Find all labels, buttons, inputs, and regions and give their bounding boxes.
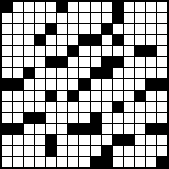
cell-r13c10-white[interactable]: [102, 135, 112, 145]
cell-r13c11-black: [113, 135, 123, 145]
cell-r14c7-white[interactable]: [68, 146, 78, 156]
cell-r7c9-black: [91, 68, 101, 78]
cell-r6c14-white[interactable]: [146, 57, 156, 67]
cell-r15c8-white[interactable]: [79, 157, 89, 167]
cell-r1c12-white[interactable]: [124, 2, 134, 12]
cell-r13c4-white[interactable]: [35, 135, 45, 145]
cell-r6c4-white[interactable]: [35, 57, 45, 67]
cell-r4c12-white[interactable]: [124, 35, 134, 45]
cell-r2c10-white[interactable]: [102, 13, 112, 23]
cell-r7c7-white[interactable]: [68, 68, 78, 78]
cell-r12c7-black: [68, 124, 78, 134]
cell-r14c1-white[interactable]: [2, 146, 12, 156]
cell-r4c4-black: [35, 35, 45, 45]
cell-r2c7-white[interactable]: [68, 13, 78, 23]
cell-r10c14-white[interactable]: [146, 102, 156, 112]
cell-r1c13-white[interactable]: [135, 2, 145, 12]
cell-r13c5-black: [46, 135, 56, 145]
cell-r2c2-white[interactable]: [13, 13, 23, 23]
cell-r10c11-black: [113, 102, 123, 112]
cell-r5c1-white[interactable]: [2, 46, 12, 56]
cell-r12c5-white[interactable]: [46, 124, 56, 134]
cell-r10c6-white[interactable]: [57, 102, 67, 112]
cell-r13c6-white[interactable]: [57, 135, 67, 145]
cell-r15c13-white[interactable]: [135, 157, 145, 167]
cell-r14c6-white[interactable]: [57, 146, 67, 156]
cell-r15c5-white[interactable]: [46, 157, 56, 167]
cell-r12c2-black: [13, 124, 23, 134]
cell-r5c13-black: [135, 46, 145, 56]
cell-r9c5-black: [46, 91, 56, 101]
cell-r5c4-white[interactable]: [35, 46, 45, 56]
cell-r6c13-white[interactable]: [135, 57, 145, 67]
cell-r14c10-black: [102, 146, 112, 156]
cell-r15c4-white[interactable]: [35, 157, 45, 167]
cell-r14c3-white[interactable]: [24, 146, 34, 156]
cell-r4c5-white[interactable]: [46, 35, 56, 45]
cell-r10c12-white[interactable]: [124, 102, 134, 112]
cell-r4c1-white[interactable]: [2, 35, 12, 45]
cell-r8c5-white[interactable]: [46, 79, 56, 89]
cell-r10c15-white[interactable]: [157, 102, 167, 112]
cell-r7c14-white[interactable]: [146, 68, 156, 78]
cell-r14c12-white[interactable]: [124, 146, 134, 156]
cell-r15c10-black: [102, 157, 112, 167]
cell-r12c4-white[interactable]: [35, 124, 45, 134]
cell-r4c11-black: [113, 35, 123, 45]
cell-r1c15-white[interactable]: [157, 2, 167, 12]
cell-r15c6-white[interactable]: [57, 157, 67, 167]
cell-r6c2-white[interactable]: [13, 57, 23, 67]
cell-r2c13-white[interactable]: [135, 13, 145, 23]
cell-r14c8-white[interactable]: [79, 146, 89, 156]
cell-r15c14-white[interactable]: [146, 157, 156, 167]
cell-r10c4-white[interactable]: [35, 102, 45, 112]
cell-r1c11-black: [113, 2, 123, 12]
cell-r15c7-white[interactable]: [68, 157, 78, 167]
cell-r3c13-white[interactable]: [135, 24, 145, 34]
cell-r6c15-white[interactable]: [157, 57, 167, 67]
cell-r8c15-black: [157, 79, 167, 89]
cell-r10c13-white[interactable]: [135, 102, 145, 112]
cell-r8c3-white[interactable]: [24, 79, 34, 89]
cell-r4c6-white[interactable]: [57, 35, 67, 45]
cell-r12c15-black: [157, 124, 167, 134]
cell-r12c14-black: [146, 124, 156, 134]
cell-r4c10-white[interactable]: [102, 35, 112, 45]
cell-r13c8-white[interactable]: [79, 135, 89, 145]
cell-r7c3-black: [24, 68, 34, 78]
cell-r10c8-white[interactable]: [79, 102, 89, 112]
cell-r11c6-white[interactable]: [57, 113, 67, 123]
cell-r15c9-black: [91, 157, 101, 167]
cell-r7c1-white[interactable]: [2, 68, 12, 78]
cell-r5c9-white[interactable]: [91, 46, 101, 56]
cell-r5c15-white[interactable]: [157, 46, 167, 56]
cell-r1c2-white[interactable]: [13, 2, 23, 12]
cell-r7c12-white[interactable]: [124, 68, 134, 78]
cell-r1c6-black: [57, 2, 67, 12]
cell-r9c6-white[interactable]: [57, 91, 67, 101]
cell-r5c14-black: [146, 46, 156, 56]
cell-r14c4-white[interactable]: [35, 146, 45, 156]
cell-r9c4-white[interactable]: [35, 91, 45, 101]
cell-r8c13-white[interactable]: [135, 79, 145, 89]
cell-r9c13-black: [135, 91, 145, 101]
crossword-diagram: [0, 0, 169, 169]
cell-r13c12-black: [124, 135, 134, 145]
cell-r8c8-black: [79, 79, 89, 89]
cell-r9c8-white[interactable]: [79, 91, 89, 101]
cell-r5c10-white[interactable]: [102, 46, 112, 56]
cell-r2c9-white[interactable]: [91, 13, 101, 23]
cell-r8c1-black: [2, 79, 12, 89]
cell-r10c9-white[interactable]: [91, 102, 101, 112]
cell-r4c2-white[interactable]: [13, 35, 23, 45]
cell-r1c9-white[interactable]: [91, 2, 101, 12]
cell-r4c8-black: [79, 35, 89, 45]
cell-r12c8-black: [79, 124, 89, 134]
cell-r11c2-white[interactable]: [13, 113, 23, 123]
cell-r2c12-white[interactable]: [124, 13, 134, 23]
cell-r1c10-white[interactable]: [102, 2, 112, 12]
cell-r2c3-white[interactable]: [24, 13, 34, 23]
cell-r9c1-white[interactable]: [2, 91, 12, 101]
cell-r13c15-white[interactable]: [157, 135, 167, 145]
cell-r11c4-black: [35, 113, 45, 123]
cell-r11c10-white[interactable]: [102, 113, 112, 123]
cell-r4c15-white[interactable]: [157, 35, 167, 45]
cell-r11c1-white[interactable]: [2, 113, 12, 123]
cell-r1c14-white[interactable]: [146, 2, 156, 12]
cell-r5c12-white[interactable]: [124, 46, 134, 56]
cell-r15c11-white[interactable]: [113, 157, 123, 167]
cell-r3c1-white[interactable]: [2, 24, 12, 34]
cell-r8c10-white[interactable]: [102, 79, 112, 89]
cell-r13c14-white[interactable]: [146, 135, 156, 145]
cell-r3c12-white[interactable]: [124, 24, 134, 34]
cell-r5c8-white[interactable]: [79, 46, 89, 56]
cell-r4c9-black: [91, 35, 101, 45]
cell-r8c7-white[interactable]: [68, 79, 78, 89]
cell-r12c12-white[interactable]: [124, 124, 134, 134]
cell-r6c12-white[interactable]: [124, 57, 134, 67]
cell-r3c3-white[interactable]: [24, 24, 34, 34]
cell-r4c14-white[interactable]: [146, 35, 156, 45]
cell-r11c14-white[interactable]: [146, 113, 156, 123]
cell-r6c1-white[interactable]: [2, 57, 12, 67]
cell-r6c5-black: [46, 57, 56, 67]
cell-r1c8-white[interactable]: [79, 2, 89, 12]
cell-r5c3-white[interactable]: [24, 46, 34, 56]
cell-r3c2-white[interactable]: [13, 24, 23, 34]
cell-r12c11-white[interactable]: [113, 124, 123, 134]
cell-r13c7-white[interactable]: [68, 135, 78, 145]
cell-r1c1-black: [2, 2, 12, 12]
cell-r8c12-white[interactable]: [124, 79, 134, 89]
cell-r1c5-white[interactable]: [46, 2, 56, 12]
cell-r9c3-white[interactable]: [24, 91, 34, 101]
cell-r11c5-white[interactable]: [46, 113, 56, 123]
cell-r10c7-white[interactable]: [68, 102, 78, 112]
cell-r9c7-black: [68, 91, 78, 101]
cell-r9c11-white[interactable]: [113, 91, 123, 101]
cell-r5c11-white[interactable]: [113, 46, 123, 56]
cell-r13c3-white[interactable]: [24, 135, 34, 145]
cell-r13c1-white[interactable]: [2, 135, 12, 145]
crossword-grid: [0, 0, 169, 169]
cell-r15c15-black: [157, 157, 167, 167]
cell-r11c15-white[interactable]: [157, 113, 167, 123]
cell-r11c9-black: [91, 113, 101, 123]
cell-r11c12-white[interactable]: [124, 113, 134, 123]
cell-r6c6-black: [57, 57, 67, 67]
cell-r4c3-white[interactable]: [24, 35, 34, 45]
cell-r8c9-white[interactable]: [91, 79, 101, 89]
cell-r9c15-white[interactable]: [157, 91, 167, 101]
cell-r8c11-white[interactable]: [113, 79, 123, 89]
cell-r12c6-white[interactable]: [57, 124, 67, 134]
cell-r15c2-white[interactable]: [13, 157, 23, 167]
cell-r5c5-white[interactable]: [46, 46, 56, 56]
cell-r8c4-white[interactable]: [35, 79, 45, 89]
cell-r12c1-black: [2, 124, 12, 134]
cell-r6c10-black: [102, 57, 112, 67]
cell-r13c2-white[interactable]: [13, 135, 23, 145]
cell-r2c1-white[interactable]: [2, 13, 12, 23]
cell-r7c13-white[interactable]: [135, 68, 145, 78]
cell-r3c14-white[interactable]: [146, 24, 156, 34]
cell-r3c15-white[interactable]: [157, 24, 167, 34]
cell-r3c5-black: [46, 24, 56, 34]
cell-r14c14-white[interactable]: [146, 146, 156, 156]
cell-r2c15-white[interactable]: [157, 13, 167, 23]
cell-r2c14-white[interactable]: [146, 13, 156, 23]
cell-r9c14-white[interactable]: [146, 91, 156, 101]
cell-r12c10-white[interactable]: [102, 124, 112, 134]
cell-r14c13-white[interactable]: [135, 146, 145, 156]
cell-r3c9-white[interactable]: [91, 24, 101, 34]
cell-r6c8-white[interactable]: [79, 57, 89, 67]
cell-r14c2-white[interactable]: [13, 146, 23, 156]
cell-r4c13-white[interactable]: [135, 35, 145, 45]
cell-r9c2-white[interactable]: [13, 91, 23, 101]
cell-r14c9-white[interactable]: [91, 146, 101, 156]
cell-r11c3-black: [24, 113, 34, 123]
cell-r3c10-black: [102, 24, 112, 34]
cell-r7c11-white[interactable]: [113, 68, 123, 78]
cell-r15c12-white[interactable]: [124, 157, 134, 167]
cell-r6c9-white[interactable]: [91, 57, 101, 67]
cell-r9c10-white[interactable]: [102, 91, 112, 101]
cell-r2c4-white[interactable]: [35, 13, 45, 23]
cell-r13c13-white[interactable]: [135, 135, 145, 145]
cell-r7c4-white[interactable]: [35, 68, 45, 78]
cell-r1c3-white[interactable]: [24, 2, 34, 12]
cell-r10c3-white[interactable]: [24, 102, 34, 112]
cell-r13c9-white[interactable]: [91, 135, 101, 145]
cell-r12c9-black: [91, 124, 101, 134]
cell-r15c3-white[interactable]: [24, 157, 34, 167]
cell-r11c7-white[interactable]: [68, 113, 78, 123]
cell-r12c13-white[interactable]: [135, 124, 145, 134]
cell-r9c12-white[interactable]: [124, 91, 134, 101]
cell-r8c6-white[interactable]: [57, 79, 67, 89]
cell-r14c11-white[interactable]: [113, 146, 123, 156]
cell-r10c10-white[interactable]: [102, 102, 112, 112]
cell-r2c6-white[interactable]: [57, 13, 67, 23]
cell-r12c3-white[interactable]: [24, 124, 34, 134]
cell-r15c1-white[interactable]: [2, 157, 12, 167]
cell-r2c8-white[interactable]: [79, 13, 89, 23]
cell-r11c13-white[interactable]: [135, 113, 145, 123]
cell-r7c2-white[interactable]: [13, 68, 23, 78]
cell-r3c4-white[interactable]: [35, 24, 45, 34]
cell-r14c15-white[interactable]: [157, 146, 167, 156]
cell-r2c5-white[interactable]: [46, 13, 56, 23]
cell-r11c11-white[interactable]: [113, 113, 123, 123]
cell-r9c9-white[interactable]: [91, 91, 101, 101]
cell-r7c6-white[interactable]: [57, 68, 67, 78]
cell-r5c7-black: [68, 46, 78, 56]
cell-r10c2-white[interactable]: [13, 102, 23, 112]
cell-r7c8-white[interactable]: [79, 68, 89, 78]
cell-r7c15-white[interactable]: [157, 68, 167, 78]
cell-r8c14-black: [146, 79, 156, 89]
cell-r6c3-white[interactable]: [24, 57, 34, 67]
cell-r6c7-white[interactable]: [68, 57, 78, 67]
cell-r2c11-black: [113, 13, 123, 23]
cell-r5c6-white[interactable]: [57, 46, 67, 56]
cell-r1c7-white[interactable]: [68, 2, 78, 12]
cell-r7c5-white[interactable]: [46, 68, 56, 78]
cell-r6c11-black: [113, 57, 123, 67]
cell-r10c1-white[interactable]: [2, 102, 12, 112]
cell-r14c5-black: [46, 146, 56, 156]
cell-r8c2-black: [13, 79, 23, 89]
cell-r5c2-white[interactable]: [13, 46, 23, 56]
cell-r10c5-white[interactable]: [46, 102, 56, 112]
cell-r3c11-white[interactable]: [113, 24, 123, 34]
cell-r4c7-white[interactable]: [68, 35, 78, 45]
cell-r1c4-white[interactable]: [35, 2, 45, 12]
cell-r3c7-white[interactable]: [68, 24, 78, 34]
cell-r11c8-white[interactable]: [79, 113, 89, 123]
cell-r3c6-white[interactable]: [57, 24, 67, 34]
cell-r3c8-white[interactable]: [79, 24, 89, 34]
cell-r7c10-black: [102, 68, 112, 78]
